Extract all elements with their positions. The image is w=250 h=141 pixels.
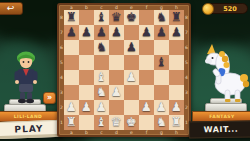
- board-square-a8[interactable]: ♜: [64, 10, 79, 25]
- rank-label-7: 7: [184, 25, 189, 40]
- board-square-h5[interactable]: [169, 55, 184, 70]
- board-square-d8[interactable]: ♛: [109, 10, 124, 25]
- board-square-c7[interactable]: ♟: [94, 25, 109, 40]
- board-square-g1[interactable]: ♞: [154, 115, 169, 130]
- board-square-d4[interactable]: [109, 70, 124, 85]
- coin-counter[interactable]: 520: [204, 3, 248, 14]
- white-pawn[interactable]: ♟: [66, 100, 77, 115]
- black-bishop[interactable]: ♝: [96, 10, 107, 25]
- board-square-h7[interactable]: ♟: [169, 25, 184, 40]
- board-square-e7[interactable]: [124, 25, 139, 40]
- white-pawn[interactable]: ♟: [126, 70, 137, 85]
- black-pawn[interactable]: ♟: [156, 25, 167, 40]
- double-chevron-icon: »: [47, 94, 52, 102]
- white-rook[interactable]: ♜: [66, 115, 77, 130]
- board-square-g8[interactable]: ♞: [154, 10, 169, 25]
- rank-label-3: 3: [184, 85, 189, 100]
- board-square-g3[interactable]: [154, 85, 169, 100]
- change-character-button[interactable]: »: [43, 92, 56, 104]
- game-screen: ↩ 520 » LILI-LAND PLAY abcdefgh: [0, 0, 250, 141]
- white-rook[interactable]: ♜: [171, 115, 182, 130]
- white-queen[interactable]: ♛: [111, 115, 122, 130]
- board-square-e2[interactable]: [124, 100, 139, 115]
- board-square-b2[interactable]: ♟: [79, 100, 94, 115]
- white-pawn[interactable]: ♟: [171, 100, 182, 115]
- board-square-f3[interactable]: [139, 85, 154, 100]
- board-square-b5[interactable]: [79, 55, 94, 70]
- file-label-h: h: [169, 130, 184, 135]
- rank-label-5: 5: [184, 55, 189, 70]
- black-pawn[interactable]: ♟: [111, 25, 122, 40]
- black-rook[interactable]: ♜: [66, 10, 77, 25]
- white-bishop[interactable]: ♝: [96, 70, 107, 85]
- right-player-name: FANTASY: [209, 114, 234, 119]
- black-pawn[interactable]: ♟: [126, 40, 137, 55]
- rank-label-4: 4: [184, 70, 189, 85]
- board-square-g6[interactable]: [154, 40, 169, 55]
- rank-labels-right: 87654321: [184, 10, 189, 130]
- board-square-c6[interactable]: ♞: [94, 40, 109, 55]
- board-square-a5[interactable]: [64, 55, 79, 70]
- file-labels-bottom: abcdefgh: [64, 130, 184, 135]
- board-square-c1[interactable]: ♝: [94, 115, 109, 130]
- wait-label: WAIT...: [204, 125, 239, 135]
- board-square-a1[interactable]: ♜: [64, 115, 79, 130]
- board-square-a2[interactable]: ♟: [64, 100, 79, 115]
- black-knight[interactable]: ♞: [96, 40, 107, 55]
- black-pawn[interactable]: ♟: [96, 25, 107, 40]
- board-square-c8[interactable]: ♝: [94, 10, 109, 25]
- board-square-h4[interactable]: [169, 70, 184, 85]
- file-label-c: c: [94, 130, 109, 135]
- board-square-g4[interactable]: [154, 70, 169, 85]
- board-square-f8[interactable]: [139, 10, 154, 25]
- file-label-f: f: [139, 130, 154, 135]
- board-square-c3[interactable]: ♞: [94, 85, 109, 100]
- board-square-h3[interactable]: [169, 85, 184, 100]
- board-square-e1[interactable]: ♚: [124, 115, 139, 130]
- chess-board-frame: abcdefgh 87654321 ♜♝♛♚♞♜♟♟♟♟♟♟♟♞♟♝♝♟♞♟♟♟…: [57, 3, 191, 137]
- board-square-b7[interactable]: ♟: [79, 25, 94, 40]
- file-label-d: d: [109, 130, 124, 135]
- black-king[interactable]: ♚: [126, 10, 137, 25]
- play-label: PLAY: [14, 123, 43, 134]
- board-square-b6[interactable]: [79, 40, 94, 55]
- board-square-h2[interactable]: ♟: [169, 100, 184, 115]
- board-square-f5[interactable]: [139, 55, 154, 70]
- file-label-b: b: [79, 130, 94, 135]
- board-square-b1[interactable]: [79, 115, 94, 130]
- board-square-a4[interactable]: [64, 70, 79, 85]
- board-square-d5[interactable]: [109, 55, 124, 70]
- black-pawn[interactable]: ♟: [66, 25, 77, 40]
- board-square-h6[interactable]: [169, 40, 184, 55]
- black-knight[interactable]: ♞: [156, 10, 167, 25]
- back-icon: ↩: [7, 4, 15, 13]
- file-label-a: a: [64, 130, 79, 135]
- black-pawn[interactable]: ♟: [141, 25, 152, 40]
- board-square-c5[interactable]: [94, 55, 109, 70]
- board-square-e4[interactable]: ♟: [124, 70, 139, 85]
- player-avatar: [8, 50, 44, 104]
- board-square-a6[interactable]: [64, 40, 79, 55]
- board-square-c4[interactable]: ♝: [94, 70, 109, 85]
- black-pawn[interactable]: ♟: [171, 25, 182, 40]
- board-square-d1[interactable]: ♛: [109, 115, 124, 130]
- chess-board[interactable]: ♜♝♛♚♞♜♟♟♟♟♟♟♟♞♟♝♝♟♞♟♟♟♟♟♟♟♜♝♛♚♞♜: [64, 10, 184, 130]
- board-square-h1[interactable]: ♜: [169, 115, 184, 130]
- white-pawn[interactable]: ♟: [96, 100, 107, 115]
- white-pawn[interactable]: ♟: [111, 85, 122, 100]
- board-square-d3[interactable]: ♟: [109, 85, 124, 100]
- rank-label-6: 6: [184, 40, 189, 55]
- rank-label-2: 2: [184, 100, 189, 115]
- board-square-g2[interactable]: ♟: [154, 100, 169, 115]
- board-square-g5[interactable]: ♝: [154, 55, 169, 70]
- board-square-b4[interactable]: [79, 70, 94, 85]
- board-square-f4[interactable]: [139, 70, 154, 85]
- white-pawn[interactable]: ♟: [141, 100, 152, 115]
- file-label-g: g: [154, 130, 169, 135]
- opponent-status-banner: WAIT...: [189, 120, 250, 138]
- board-square-h8[interactable]: ♜: [169, 10, 184, 25]
- board-square-b3[interactable]: [79, 85, 94, 100]
- board-square-f2[interactable]: ♟: [139, 100, 154, 115]
- coin-icon: [202, 3, 214, 15]
- black-rook[interactable]: ♜: [171, 10, 182, 25]
- file-label-e: e: [124, 130, 139, 135]
- board-square-c2[interactable]: ♟: [94, 100, 109, 115]
- board-square-e6[interactable]: ♟: [124, 40, 139, 55]
- back-button[interactable]: ↩: [0, 2, 23, 15]
- board-square-d7[interactable]: ♟: [109, 25, 124, 40]
- white-pawn[interactable]: ♟: [81, 100, 92, 115]
- white-knight[interactable]: ♞: [96, 85, 107, 100]
- board-square-e8[interactable]: ♚: [124, 10, 139, 25]
- board-square-g7[interactable]: ♟: [154, 25, 169, 40]
- board-square-a3[interactable]: [64, 85, 79, 100]
- black-bishop[interactable]: ♝: [156, 55, 167, 70]
- black-pawn[interactable]: ♟: [81, 25, 92, 40]
- board-square-b8[interactable]: [79, 10, 94, 25]
- board-square-e5[interactable]: [124, 55, 139, 70]
- rank-label-8: 8: [184, 10, 189, 25]
- board-square-f6[interactable]: [139, 40, 154, 55]
- white-pawn[interactable]: ♟: [156, 100, 167, 115]
- black-queen[interactable]: ♛: [111, 10, 122, 25]
- board-square-d2[interactable]: [109, 100, 124, 115]
- play-button[interactable]: PLAY: [0, 120, 62, 139]
- white-knight[interactable]: ♞: [156, 115, 167, 130]
- white-king[interactable]: ♚: [126, 115, 137, 130]
- left-player-name: LILI-LAND: [14, 114, 42, 119]
- board-square-f1[interactable]: [139, 115, 154, 130]
- board-square-e3[interactable]: [124, 85, 139, 100]
- opponent-avatar-unicorn: [198, 42, 250, 104]
- white-bishop[interactable]: ♝: [96, 115, 107, 130]
- board-square-a7[interactable]: ♟: [64, 25, 79, 40]
- board-square-d6[interactable]: [109, 40, 124, 55]
- board-square-f7[interactable]: ♟: [139, 25, 154, 40]
